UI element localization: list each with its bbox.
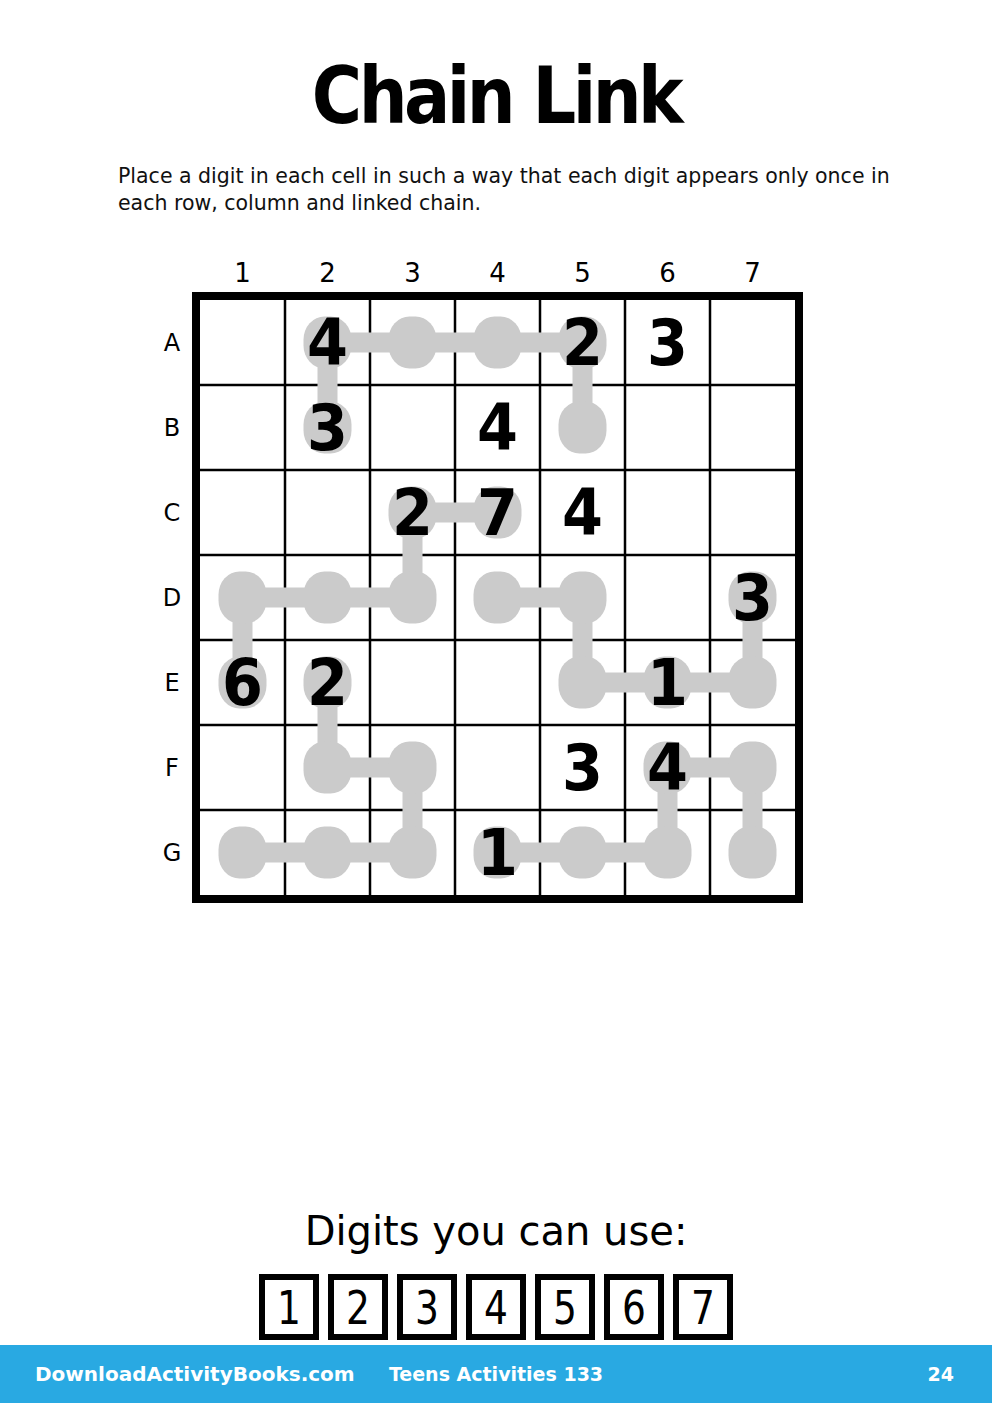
instructions-line-2: each row, column and linked chain. [118, 190, 908, 217]
cell-F5: 3 [543, 725, 621, 810]
usable-digit-7: 7 [691, 1280, 715, 1335]
cell-D7: 3 [713, 555, 791, 640]
cell-C4: 7 [458, 470, 536, 555]
cell-A4[interactable] [458, 300, 536, 385]
cell-C1[interactable] [203, 470, 281, 555]
cell-B3[interactable] [373, 385, 451, 470]
cell-E1: 6 [203, 640, 281, 725]
cell-D4[interactable] [458, 555, 536, 640]
usable-digit-5: 5 [553, 1280, 577, 1335]
cell-G4: 1 [458, 810, 536, 895]
cell-B2: 3 [288, 385, 366, 470]
cell-G1[interactable] [203, 810, 281, 895]
cell-A3[interactable] [373, 300, 451, 385]
footer-bar: DownloadActivityBooks.com Teens Activiti… [0, 1345, 992, 1403]
cell-A6: 3 [628, 300, 706, 385]
cell-C7[interactable] [713, 470, 791, 555]
row-label-D: D [154, 555, 190, 640]
usable-digit-6: 6 [622, 1280, 646, 1335]
cell-E5[interactable] [543, 640, 621, 725]
cell-B6[interactable] [628, 385, 706, 470]
col-label-4: 4 [455, 254, 540, 288]
cell-E6: 1 [628, 640, 706, 725]
row-label-A: A [154, 300, 190, 385]
cell-C2[interactable] [288, 470, 366, 555]
worksheet-page: Chain Link Place a digit in each cell in… [0, 0, 992, 1403]
cell-G5[interactable] [543, 810, 621, 895]
cell-D2[interactable] [288, 555, 366, 640]
cell-B1[interactable] [203, 385, 281, 470]
usable-digit-4: 4 [484, 1280, 508, 1335]
cell-E2: 2 [288, 640, 366, 725]
col-label-6: 6 [625, 254, 710, 288]
cell-E4[interactable] [458, 640, 536, 725]
footer-book-title: Teens Activities 133 [0, 1363, 992, 1385]
usable-digit-box-5: 5 [535, 1274, 595, 1340]
footer-page-number: 24 [928, 1363, 954, 1385]
row-label-E: E [154, 640, 190, 725]
cell-E7[interactable] [713, 640, 791, 725]
instructions-line-1: Place a digit in each cell in such a way… [118, 163, 908, 190]
row-label-B: B [154, 385, 190, 470]
usable-digit-1: 1 [277, 1280, 301, 1335]
cell-A5: 2 [543, 300, 621, 385]
cell-D6[interactable] [628, 555, 706, 640]
usable-digit-3: 3 [415, 1280, 439, 1335]
cell-D3[interactable] [373, 555, 451, 640]
cell-F3[interactable] [373, 725, 451, 810]
col-label-2: 2 [285, 254, 370, 288]
cell-B4: 4 [458, 385, 536, 470]
usable-digit-box-3: 3 [397, 1274, 457, 1340]
cell-B7[interactable] [713, 385, 791, 470]
usable-digit-box-2: 2 [328, 1274, 388, 1340]
usable-digits-strip: 1234567 [0, 1274, 992, 1340]
cell-B5[interactable] [543, 385, 621, 470]
cell-F6: 4 [628, 725, 706, 810]
cell-A1[interactable] [203, 300, 281, 385]
cell-F2[interactable] [288, 725, 366, 810]
cell-A2: 4 [288, 300, 366, 385]
cell-G7[interactable] [713, 810, 791, 895]
digits-heading: Digits you can use: [0, 1208, 992, 1254]
col-label-7: 7 [710, 254, 795, 288]
row-label-G: G [154, 810, 190, 895]
col-label-3: 3 [370, 254, 455, 288]
cell-D1[interactable] [203, 555, 281, 640]
cell-F1[interactable] [203, 725, 281, 810]
cell-D5[interactable] [543, 555, 621, 640]
instructions: Place a digit in each cell in such a way… [118, 163, 908, 216]
row-label-C: C [154, 470, 190, 555]
usable-digit-box-4: 4 [466, 1274, 526, 1340]
cell-G3[interactable] [373, 810, 451, 895]
grid-frame: 423342743621341 [192, 292, 803, 903]
cell-layer: 423342743621341 [200, 300, 795, 895]
col-label-5: 5 [540, 254, 625, 288]
puzzle-board: 1234567 ABCDEFG 423342743621341 [192, 252, 803, 903]
cell-G6[interactable] [628, 810, 706, 895]
cell-F4[interactable] [458, 725, 536, 810]
usable-digit-2: 2 [346, 1280, 370, 1335]
cell-C5: 4 [543, 470, 621, 555]
usable-digit-box-7: 7 [673, 1274, 733, 1340]
cell-G2[interactable] [288, 810, 366, 895]
cell-C3: 2 [373, 470, 451, 555]
usable-digit-box-6: 6 [604, 1274, 664, 1340]
cell-F7[interactable] [713, 725, 791, 810]
page-title: Chain Link [60, 52, 933, 142]
cell-A7[interactable] [713, 300, 791, 385]
usable-digit-box-1: 1 [259, 1274, 319, 1340]
cell-C6[interactable] [628, 470, 706, 555]
cell-E3[interactable] [373, 640, 451, 725]
col-label-1: 1 [200, 254, 285, 288]
row-label-F: F [154, 725, 190, 810]
